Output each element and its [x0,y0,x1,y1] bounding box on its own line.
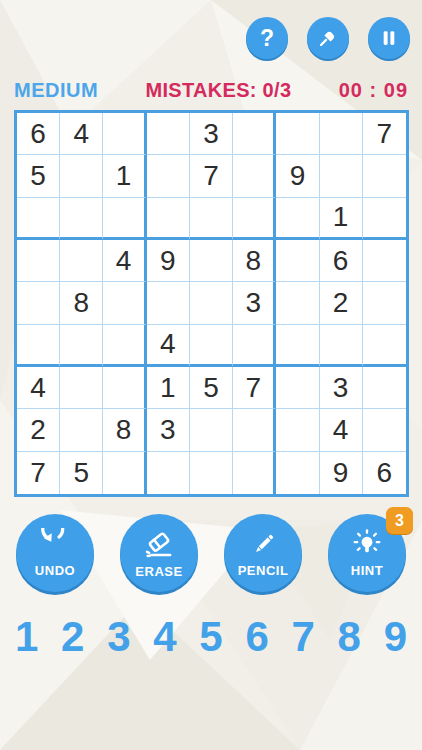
sudoku-cell-r9c3[interactable] [103,452,146,494]
sudoku-cell-r5c4[interactable] [147,282,190,324]
sudoku-cell-r1c2[interactable]: 4 [60,113,103,155]
hint-count-badge: 3 [386,507,413,534]
sudoku-cell-r9c4[interactable] [147,452,190,494]
sudoku-cell-r4c8[interactable]: 6 [320,240,363,282]
difficulty-label: MEDIUM [14,79,98,102]
sudoku-cell-r7c5[interactable]: 5 [190,367,233,409]
undo-label: UNDO [35,563,75,578]
sudoku-cell-r8c6[interactable] [233,409,276,451]
sudoku-cell-r3c9[interactable] [363,198,406,240]
sudoku-cell-r1c8[interactable] [320,113,363,155]
sudoku-cell-r1c3[interactable] [103,113,146,155]
sudoku-cell-r4c3[interactable]: 4 [103,240,146,282]
numberpad-4[interactable]: 4 [153,616,176,658]
erase-button[interactable]: ERASE [120,514,198,592]
sudoku-cell-r2c5[interactable]: 7 [190,155,233,197]
hint-label: HINT [351,563,383,578]
sudoku-cell-r9c8[interactable]: 9 [320,452,363,494]
sudoku-cell-r1c5[interactable]: 3 [190,113,233,155]
sudoku-board: 643751791498683244157328347596 [14,110,409,497]
sudoku-cell-r6c4[interactable]: 4 [147,325,190,367]
pencil-label: PENCIL [238,563,289,578]
numberpad: 123456789 [0,616,422,658]
sudoku-cell-r8c1[interactable]: 2 [17,409,60,451]
sudoku-cell-r4c6[interactable]: 8 [233,240,276,282]
topbar: ? [246,17,410,59]
mistakes-label: MISTAKES: 0/3 [146,79,292,102]
sudoku-cell-r1c1[interactable]: 6 [17,113,60,155]
status-bar: MEDIUM MISTAKES: 0/3 00 : 09 [14,79,408,102]
sudoku-cell-r9c1[interactable]: 7 [17,452,60,494]
sudoku-cell-r5c7[interactable] [276,282,319,324]
sudoku-cell-r2c9[interactable] [363,155,406,197]
sudoku-cell-r5c1[interactable] [17,282,60,324]
sudoku-cell-r5c2[interactable]: 8 [60,282,103,324]
sudoku-cell-r1c4[interactable] [147,113,190,155]
pause-icon [378,27,400,49]
sudoku-cell-r6c8[interactable] [320,325,363,367]
sudoku-cell-r1c7[interactable] [276,113,319,155]
sudoku-cell-r7c9[interactable] [363,367,406,409]
sudoku-cell-r9c5[interactable] [190,452,233,494]
sudoku-cell-r3c4[interactable] [147,198,190,240]
numberpad-9[interactable]: 9 [384,616,407,658]
numberpad-2[interactable]: 2 [61,616,84,658]
sudoku-cell-r6c2[interactable] [60,325,103,367]
sudoku-cell-r9c7[interactable] [276,452,319,494]
sudoku-cell-r8c2[interactable] [60,409,103,451]
sudoku-cell-r8c8[interactable]: 4 [320,409,363,451]
pencil-button[interactable]: PENCIL [224,514,302,592]
sudoku-cell-r6c9[interactable] [363,325,406,367]
sudoku-cell-r5c8[interactable]: 2 [320,282,363,324]
sudoku-cell-r4c2[interactable] [60,240,103,282]
sudoku-cell-r3c8[interactable]: 1 [320,198,363,240]
sudoku-cell-r3c3[interactable] [103,198,146,240]
sudoku-cell-r8c7[interactable] [276,409,319,451]
numberpad-1[interactable]: 1 [15,616,38,658]
sudoku-cell-r3c2[interactable] [60,198,103,240]
erase-label: ERASE [135,564,182,579]
pencil-icon [246,528,280,562]
sudoku-cell-r2c8[interactable] [320,155,363,197]
undo-button[interactable]: UNDO [16,514,94,592]
sudoku-cell-r4c7[interactable] [276,240,319,282]
sudoku-cell-r6c3[interactable] [103,325,146,367]
help-button[interactable]: ? [246,17,288,59]
sudoku-cell-r8c5[interactable] [190,409,233,451]
sudoku-cell-r2c3[interactable]: 1 [103,155,146,197]
sudoku-cell-r8c3[interactable]: 8 [103,409,146,451]
sudoku-cell-r6c6[interactable] [233,325,276,367]
sudoku-cell-r9c9[interactable]: 6 [363,452,406,494]
sudoku-cell-r2c7[interactable]: 9 [276,155,319,197]
pause-button[interactable] [368,17,410,59]
sudoku-cell-r3c5[interactable] [190,198,233,240]
sudoku-cell-r7c8[interactable]: 3 [320,367,363,409]
sudoku-cell-r7c3[interactable] [103,367,146,409]
eraser-icon [141,527,177,563]
sudoku-cell-r7c1[interactable]: 4 [17,367,60,409]
sudoku-cell-r9c6[interactable] [233,452,276,494]
timer: 00 : 09 [339,79,408,102]
sudoku-cell-r1c9[interactable]: 7 [363,113,406,155]
sudoku-cell-r7c6[interactable]: 7 [233,367,276,409]
sudoku-cell-r2c2[interactable] [60,155,103,197]
sudoku-cell-r5c5[interactable] [190,282,233,324]
toolbar: UNDO ERASE [0,514,422,592]
sudoku-cell-r7c7[interactable] [276,367,319,409]
sudoku-cell-r4c9[interactable] [363,240,406,282]
sudoku-cell-r4c1[interactable] [17,240,60,282]
sudoku-cell-r2c1[interactable]: 5 [17,155,60,197]
sudoku-cell-r3c7[interactable] [276,198,319,240]
theme-button[interactable] [307,17,349,59]
sudoku-cell-r7c2[interactable] [60,367,103,409]
question-icon: ? [260,27,274,50]
sudoku-cell-r9c2[interactable]: 5 [60,452,103,494]
sudoku-cell-r3c1[interactable] [17,198,60,240]
numberpad-7[interactable]: 7 [291,616,314,658]
sudoku-cell-r4c4[interactable]: 9 [147,240,190,282]
sudoku-cell-r8c9[interactable] [363,409,406,451]
sudoku-cell-r5c3[interactable] [103,282,146,324]
sudoku-cell-r6c5[interactable] [190,325,233,367]
numberpad-3[interactable]: 3 [107,616,130,658]
sudoku-cell-r5c6[interactable]: 3 [233,282,276,324]
undo-icon [38,528,72,562]
numberpad-5[interactable]: 5 [199,616,222,658]
sudoku-cell-r2c4[interactable] [147,155,190,197]
sudoku-cell-r7c4[interactable]: 1 [147,367,190,409]
lightbulb-icon [350,528,384,562]
paintbrush-icon [315,25,341,51]
sudoku-cell-r1c6[interactable] [233,113,276,155]
sudoku-cell-r4c5[interactable] [190,240,233,282]
sudoku-cell-r6c1[interactable] [17,325,60,367]
sudoku-cell-r5c9[interactable] [363,282,406,324]
numberpad-6[interactable]: 6 [245,616,268,658]
sudoku-cell-r8c4[interactable]: 3 [147,409,190,451]
sudoku-cell-r2c6[interactable] [233,155,276,197]
sudoku-cell-r3c6[interactable] [233,198,276,240]
sudoku-cell-r6c7[interactable] [276,325,319,367]
numberpad-8[interactable]: 8 [338,616,361,658]
